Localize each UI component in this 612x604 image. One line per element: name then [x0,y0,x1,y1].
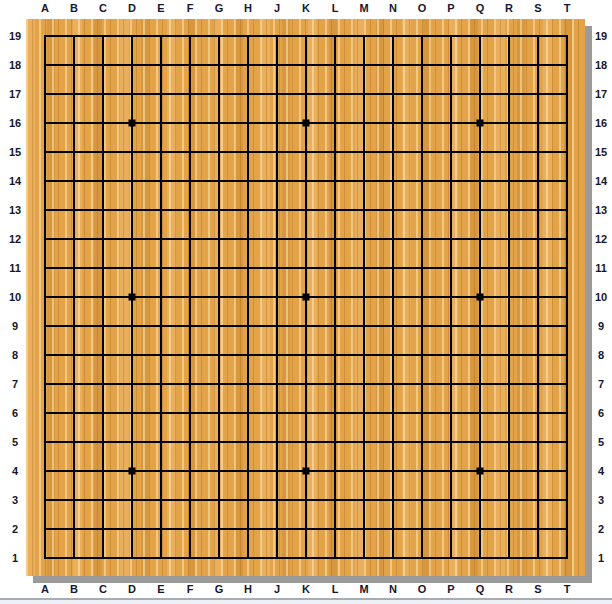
row-label-left-12: 12 [0,231,30,247]
row-label-left-9: 9 [0,318,30,334]
go-board[interactable] [26,19,585,576]
coord-bottom-F: F [187,581,194,597]
row-label-left-3: 3 [0,492,30,508]
star-point-D16 [129,120,136,127]
window-panel-edge [0,600,612,604]
row-label-right-12: 12 [589,231,612,247]
row-label-right-11: 11 [589,260,612,276]
coord-top-P: P [447,0,454,16]
coord-top-G: G [215,0,224,16]
star-point-K4 [303,468,310,475]
coord-top-T: T [564,0,571,16]
coord-top-C: C [99,0,107,16]
row-label-left-8: 8 [0,347,30,363]
row-label-left-17: 17 [0,86,30,102]
row-label-right-16: 16 [589,115,612,131]
coord-bottom-H: H [244,581,252,597]
row-label-right-2: 2 [589,521,612,537]
coord-bottom-G: G [215,581,224,597]
row-label-right-17: 17 [589,86,612,102]
coord-bottom-S: S [534,581,541,597]
star-point-K16 [303,120,310,127]
star-point-K10 [303,294,310,301]
row-label-right-10: 10 [589,289,612,305]
coord-top-L: L [332,0,339,16]
coord-top-M: M [359,0,368,16]
coord-bottom-B: B [70,581,78,597]
coord-top-A: A [41,0,49,16]
coord-bottom-P: P [447,581,454,597]
star-point-D10 [129,294,136,301]
coord-bottom-L: L [332,581,339,597]
coord-bottom-E: E [157,581,164,597]
board-grid[interactable] [44,35,568,559]
coord-top-R: R [505,0,513,16]
coord-bottom-J: J [274,581,280,597]
row-label-right-3: 3 [589,492,612,508]
coord-bottom-K: K [302,581,310,597]
row-label-right-8: 8 [589,347,612,363]
row-label-right-5: 5 [589,434,612,450]
row-label-right-6: 6 [589,405,612,421]
coord-top-D: D [128,0,136,16]
star-point-Q16 [477,120,484,127]
row-label-left-2: 2 [0,521,30,537]
coord-top-Q: Q [476,0,485,16]
row-label-left-10: 10 [0,289,30,305]
row-label-right-19: 19 [589,28,612,44]
coord-top-E: E [157,0,164,16]
row-label-left-1: 1 [0,550,30,566]
row-label-right-15: 15 [589,144,612,160]
coord-bottom-O: O [418,581,427,597]
coord-bottom-R: R [505,581,513,597]
coord-bottom-N: N [389,581,397,597]
star-point-Q4 [477,468,484,475]
row-label-right-9: 9 [589,318,612,334]
star-point-Q10 [477,294,484,301]
row-label-left-16: 16 [0,115,30,131]
row-label-left-5: 5 [0,434,30,450]
coord-top-O: O [418,0,427,16]
row-label-right-7: 7 [589,376,612,392]
row-label-right-13: 13 [589,202,612,218]
coord-bottom-Q: Q [476,581,485,597]
coord-top-K: K [302,0,310,16]
row-label-left-6: 6 [0,405,30,421]
row-label-left-15: 15 [0,144,30,160]
coord-top-N: N [389,0,397,16]
row-label-left-19: 19 [0,28,30,44]
row-label-left-4: 4 [0,463,30,479]
coord-bottom-C: C [99,581,107,597]
row-label-right-4: 4 [589,463,612,479]
row-label-left-14: 14 [0,173,30,189]
row-label-left-7: 7 [0,376,30,392]
star-point-D4 [129,468,136,475]
row-label-left-18: 18 [0,57,30,73]
row-label-left-11: 11 [0,260,30,276]
coord-top-J: J [274,0,280,16]
coord-bottom-D: D [128,581,136,597]
coord-top-S: S [534,0,541,16]
coord-bottom-M: M [359,581,368,597]
coord-top-H: H [244,0,252,16]
row-label-left-13: 13 [0,202,30,218]
coord-top-F: F [187,0,194,16]
row-label-right-14: 14 [589,173,612,189]
coord-bottom-T: T [564,581,571,597]
coord-top-B: B [70,0,78,16]
coord-bottom-A: A [41,581,49,597]
row-label-right-18: 18 [589,57,612,73]
row-label-right-1: 1 [589,550,612,566]
